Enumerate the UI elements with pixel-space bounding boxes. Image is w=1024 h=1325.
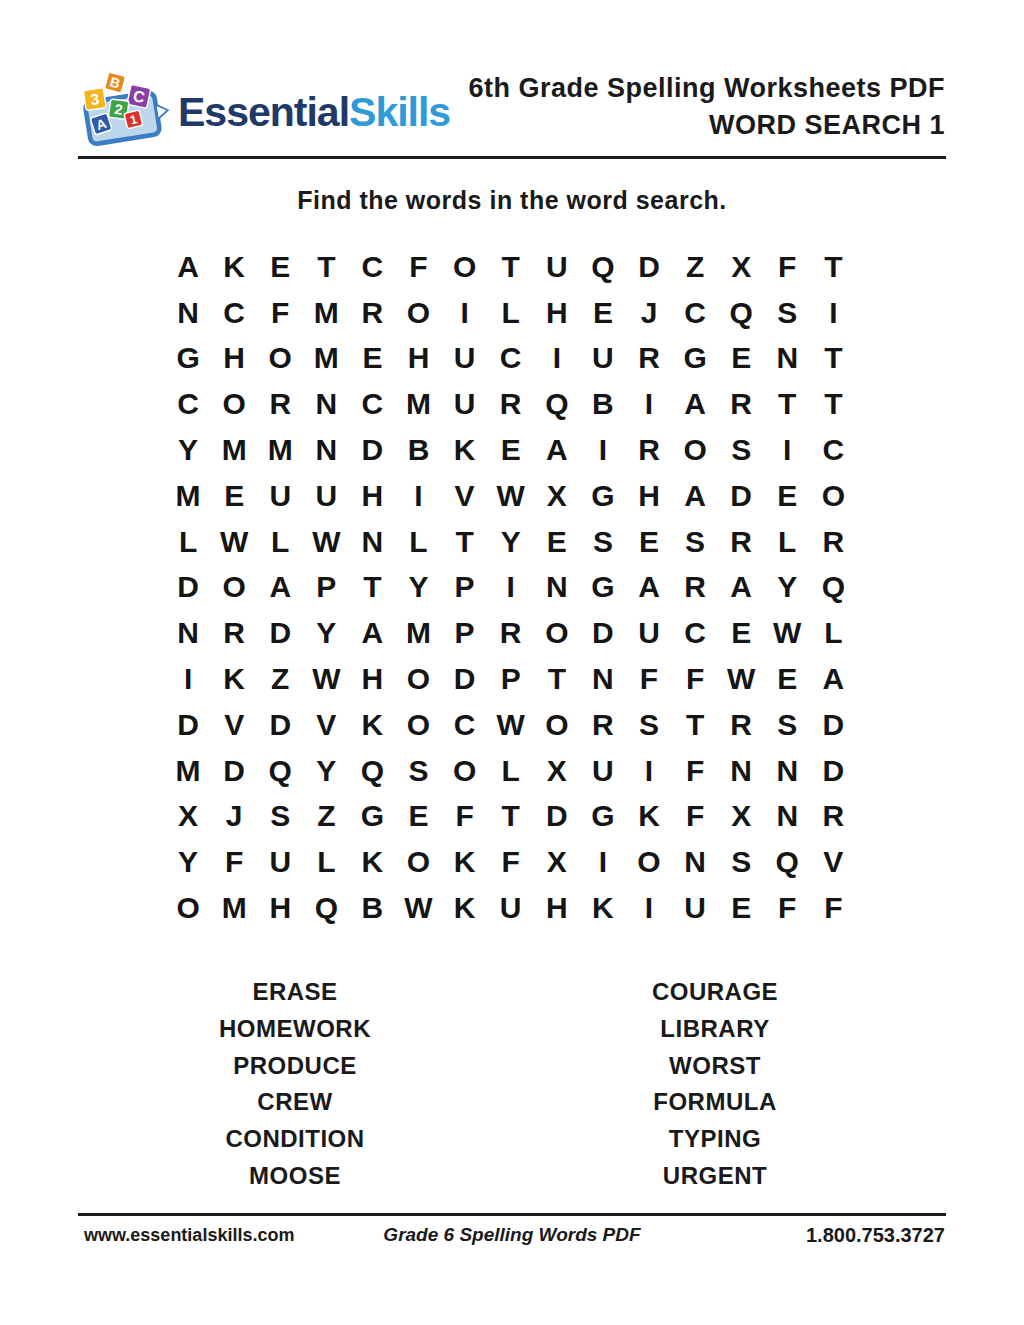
grid-cell-r13c5: G [349,794,395,840]
grid-cell-r15c7: K [442,885,488,931]
grid-cell-r3c10: U [580,336,626,382]
grid-cell-r3c1: G [165,336,211,382]
grid-cell-r7c12: S [672,519,718,565]
grid-cell-r9c6: M [395,610,441,656]
grid-cell-r14c1: Y [165,839,211,885]
logo-block-b: B [104,72,125,93]
grid-cell-r9c12: C [672,610,718,656]
grid-cell-r13c1: X [165,794,211,840]
grid-cell-r14c6: O [395,839,441,885]
grid-cell-r11c15: D [810,702,856,748]
word-list-item: HOMEWORK [150,1011,440,1048]
grid-cell-r11c13: R [718,702,764,748]
grid-cell-r15c1: O [165,885,211,931]
grid-cell-r4c6: M [395,381,441,427]
grid-cell-r14c5: K [349,839,395,885]
grid-cell-r7c14: L [764,519,810,565]
grid-cell-r12c6: S [395,748,441,794]
grid-cell-r9c8: R [488,610,534,656]
grid-cell-r15c8: U [488,885,534,931]
grid-cell-r6c13: D [718,473,764,519]
grid-cell-r9c9: O [534,610,580,656]
grid-cell-r10c10: N [580,656,626,702]
grid-cell-r5c1: Y [165,427,211,473]
logo-text-primary: Essential [178,89,349,135]
grid-cell-r4c14: T [764,381,810,427]
grid-cell-r7c15: R [810,519,856,565]
worksheet-title: 6th Grade Spelling Worksheets PDF [468,70,945,107]
grid-cell-r11c3: D [257,702,303,748]
grid-cell-r13c6: E [395,794,441,840]
logo-blocks-icon: BC321A [80,68,172,156]
grid-cell-r1c9: U [534,244,580,290]
grid-cell-r6c3: U [257,473,303,519]
grid-cell-r4c8: R [488,381,534,427]
grid-cell-r15c15: F [810,885,856,931]
word-list-left: ERASEHOMEWORKPRODUCECREWCONDITIONMOOSE [150,974,440,1195]
grid-cell-r12c12: F [672,748,718,794]
grid-cell-r10c1: I [165,656,211,702]
grid-cell-r14c13: S [718,839,764,885]
word-list-item: TYPING [575,1121,855,1158]
worksheet-subtitle: WORD SEARCH 1 [468,107,945,144]
grid-cell-r8c14: Y [764,565,810,611]
grid-cell-r14c10: I [580,839,626,885]
grid-cell-r10c3: Z [257,656,303,702]
grid-cell-r11c14: S [764,702,810,748]
grid-cell-r11c10: R [580,702,626,748]
grid-cell-r3c2: H [211,336,257,382]
grid-cell-r13c4: Z [303,794,349,840]
grid-cell-r15c2: M [211,885,257,931]
grid-cell-r15c9: H [534,885,580,931]
grid-cell-r13c8: T [488,794,534,840]
grid-cell-r9c13: E [718,610,764,656]
logo-text-secondary: Skills [349,89,450,135]
grid-cell-r4c1: C [165,381,211,427]
grid-cell-r9c3: D [257,610,303,656]
grid-cell-r8c9: N [534,565,580,611]
grid-cell-r8c11: A [626,565,672,611]
grid-cell-r6c6: I [395,473,441,519]
grid-cell-r8c10: G [580,565,626,611]
grid-cell-r4c10: B [580,381,626,427]
grid-cell-r12c13: N [718,748,764,794]
grid-cell-r6c12: A [672,473,718,519]
word-search-grid: AKETCFOTUQDZXFTNCFMROILHEJCQSIGHOMEHUCIU… [165,244,856,931]
word-list-item: PRODUCE [150,1048,440,1085]
grid-cell-r14c8: F [488,839,534,885]
grid-cell-r2c1: N [165,290,211,336]
grid-cell-r1c12: Z [672,244,718,290]
grid-cell-r2c15: I [810,290,856,336]
word-list-item: CONDITION [150,1121,440,1158]
grid-cell-r4c13: R [718,381,764,427]
grid-cell-r10c4: W [303,656,349,702]
grid-cell-r4c4: N [303,381,349,427]
word-list-item: URGENT [575,1158,855,1195]
worksheet-page: BC321A EssentialSkills 6th Grade Spellin… [0,0,1024,1325]
grid-cell-r7c5: N [349,519,395,565]
grid-cell-r5c14: I [764,427,810,473]
grid-cell-r11c6: O [395,702,441,748]
grid-cell-r12c7: O [442,748,488,794]
grid-cell-r3c15: T [810,336,856,382]
grid-cell-r9c2: R [211,610,257,656]
grid-cell-r5c6: B [395,427,441,473]
grid-cell-r11c12: T [672,702,718,748]
grid-cell-r14c2: F [211,839,257,885]
grid-cell-r4c7: U [442,381,488,427]
grid-cell-r15c4: Q [303,885,349,931]
grid-cell-r10c5: H [349,656,395,702]
grid-cell-r12c8: L [488,748,534,794]
grid-cell-r14c7: K [442,839,488,885]
grid-cell-r8c2: O [211,565,257,611]
grid-cell-r6c5: H [349,473,395,519]
logo-block-3: 3 [83,88,106,111]
logo-block-1: 1 [124,110,143,129]
grid-cell-r15c13: E [718,885,764,931]
grid-cell-r5c8: E [488,427,534,473]
grid-cell-r13c9: D [534,794,580,840]
grid-cell-r5c4: N [303,427,349,473]
grid-cell-r15c11: I [626,885,672,931]
grid-cell-r2c13: Q [718,290,764,336]
grid-cell-r8c7: P [442,565,488,611]
header-divider [78,156,946,159]
grid-cell-r10c9: T [534,656,580,702]
grid-cell-r13c15: R [810,794,856,840]
grid-cell-r1c14: F [764,244,810,290]
grid-cell-r2c11: J [626,290,672,336]
grid-cell-r5c2: M [211,427,257,473]
grid-cell-r13c2: J [211,794,257,840]
grid-cell-r12c2: D [211,748,257,794]
grid-cell-r3c6: H [395,336,441,382]
grid-cell-r7c2: W [211,519,257,565]
grid-cell-r10c7: D [442,656,488,702]
grid-cell-r12c1: M [165,748,211,794]
grid-cell-r11c2: V [211,702,257,748]
grid-cell-r5c9: A [534,427,580,473]
grid-cell-r8c3: A [257,565,303,611]
grid-cell-r7c13: R [718,519,764,565]
word-list-item: COURAGE [575,974,855,1011]
grid-cell-r5c15: C [810,427,856,473]
grid-cell-r8c4: P [303,565,349,611]
grid-cell-r9c10: D [580,610,626,656]
grid-cell-r11c4: V [303,702,349,748]
grid-cell-r1c10: Q [580,244,626,290]
grid-cell-r1c2: K [211,244,257,290]
grid-cell-r15c6: W [395,885,441,931]
grid-cell-r2c8: L [488,290,534,336]
grid-cell-r2c2: C [211,290,257,336]
grid-cell-r6c10: G [580,473,626,519]
grid-cell-r6c15: O [810,473,856,519]
grid-cell-r14c9: X [534,839,580,885]
grid-cell-r1c4: T [303,244,349,290]
grid-cell-r6c11: H [626,473,672,519]
grid-cell-r15c10: K [580,885,626,931]
grid-cell-r15c5: B [349,885,395,931]
instruction-text: Find the words in the word search. [0,186,1024,215]
grid-cell-r6c14: E [764,473,810,519]
grid-cell-r1c7: O [442,244,488,290]
logo-block-c: C [127,84,151,108]
grid-cell-r4c3: R [257,381,303,427]
grid-cell-r7c10: S [580,519,626,565]
grid-cell-r11c1: D [165,702,211,748]
grid-cell-r5c3: M [257,427,303,473]
grid-cell-r4c15: T [810,381,856,427]
grid-cell-r7c4: W [303,519,349,565]
grid-cell-r13c10: G [580,794,626,840]
grid-cell-r2c5: R [349,290,395,336]
grid-cell-r2c9: H [534,290,580,336]
grid-cell-r3c12: G [672,336,718,382]
grid-cell-r10c13: W [718,656,764,702]
grid-cell-r1c13: X [718,244,764,290]
grid-cell-r9c1: N [165,610,211,656]
grid-cell-r12c10: U [580,748,626,794]
grid-cell-r12c3: Q [257,748,303,794]
word-list-item: MOOSE [150,1158,440,1195]
grid-cell-r9c15: L [810,610,856,656]
footer-phone: 1.800.753.3727 [806,1224,945,1247]
grid-cell-r2c7: I [442,290,488,336]
grid-cell-r11c7: C [442,702,488,748]
grid-cell-r7c3: L [257,519,303,565]
essential-skills-logo: BC321A EssentialSkills [80,68,450,156]
grid-cell-r6c9: X [534,473,580,519]
grid-cell-r7c6: L [395,519,441,565]
grid-cell-r1c3: E [257,244,303,290]
grid-cell-r9c7: P [442,610,488,656]
grid-cell-r1c5: C [349,244,395,290]
grid-cell-r11c9: O [534,702,580,748]
grid-cell-r5c11: R [626,427,672,473]
header-titles: 6th Grade Spelling Worksheets PDF WORD S… [468,70,945,144]
grid-cell-r9c11: U [626,610,672,656]
grid-cell-r6c2: E [211,473,257,519]
footer-divider [78,1213,946,1216]
grid-cell-r4c11: I [626,381,672,427]
grid-cell-r9c14: W [764,610,810,656]
grid-cell-r8c5: T [349,565,395,611]
grid-cell-r4c2: O [211,381,257,427]
grid-cell-r1c11: D [626,244,672,290]
grid-cell-r7c8: Y [488,519,534,565]
grid-cell-r7c11: E [626,519,672,565]
grid-cell-r3c4: M [303,336,349,382]
grid-cell-r4c5: C [349,381,395,427]
grid-cell-r2c14: S [764,290,810,336]
grid-cell-r2c3: F [257,290,303,336]
grid-cell-r13c7: F [442,794,488,840]
grid-cell-r11c5: K [349,702,395,748]
grid-cell-r4c9: Q [534,381,580,427]
grid-cell-r8c13: A [718,565,764,611]
grid-cell-r2c10: E [580,290,626,336]
word-list-item: LIBRARY [575,1011,855,1048]
grid-cell-r12c5: Q [349,748,395,794]
grid-cell-r3c14: N [764,336,810,382]
grid-cell-r3c7: U [442,336,488,382]
logo-wordmark: EssentialSkills [178,89,450,136]
grid-cell-r12c15: D [810,748,856,794]
word-list-item: WORST [575,1048,855,1085]
grid-cell-r6c7: V [442,473,488,519]
grid-cell-r3c3: O [257,336,303,382]
grid-cell-r15c12: U [672,885,718,931]
grid-cell-r2c4: M [303,290,349,336]
grid-cell-r13c11: K [626,794,672,840]
grid-cell-r3c8: C [488,336,534,382]
grid-cell-r6c1: M [165,473,211,519]
grid-cell-r7c7: T [442,519,488,565]
grid-cell-r15c14: F [764,885,810,931]
grid-cell-r14c11: O [626,839,672,885]
grid-cell-r13c14: N [764,794,810,840]
grid-cell-r11c11: S [626,702,672,748]
grid-cell-r8c15: Q [810,565,856,611]
grid-cell-r1c15: T [810,244,856,290]
grid-cell-r6c8: W [488,473,534,519]
grid-cell-r10c8: P [488,656,534,702]
grid-cell-r13c12: F [672,794,718,840]
grid-cell-r12c4: Y [303,748,349,794]
grid-cell-r10c14: E [764,656,810,702]
grid-cell-r3c11: R [626,336,672,382]
grid-cell-r1c8: T [488,244,534,290]
grid-cell-r14c3: U [257,839,303,885]
grid-cell-r10c12: F [672,656,718,702]
grid-cell-r3c5: E [349,336,395,382]
word-list-item: ERASE [150,974,440,1011]
grid-cell-r9c5: A [349,610,395,656]
grid-cell-r9c4: Y [303,610,349,656]
grid-cell-r10c6: O [395,656,441,702]
grid-cell-r6c4: U [303,473,349,519]
grid-cell-r5c10: I [580,427,626,473]
grid-cell-r5c5: D [349,427,395,473]
word-list-right: COURAGELIBRARYWORSTFORMULATYPINGURGENT [575,974,855,1195]
grid-cell-r1c6: F [395,244,441,290]
grid-cell-r1c1: A [165,244,211,290]
grid-cell-r14c14: Q [764,839,810,885]
grid-cell-r12c11: I [626,748,672,794]
grid-cell-r14c4: L [303,839,349,885]
grid-cell-r7c1: L [165,519,211,565]
grid-cell-r11c8: W [488,702,534,748]
word-list-item: FORMULA [575,1084,855,1121]
grid-cell-r5c12: O [672,427,718,473]
grid-cell-r13c3: S [257,794,303,840]
word-list-item: CREW [150,1084,440,1121]
grid-cell-r10c11: F [626,656,672,702]
grid-cell-r10c15: A [810,656,856,702]
grid-cell-r2c12: C [672,290,718,336]
grid-cell-r4c12: A [672,381,718,427]
grid-cell-r12c9: X [534,748,580,794]
grid-cell-r2c6: O [395,290,441,336]
grid-cell-r7c9: E [534,519,580,565]
grid-cell-r14c15: V [810,839,856,885]
grid-cell-r8c1: D [165,565,211,611]
grid-cell-r8c8: I [488,565,534,611]
grid-cell-r3c13: E [718,336,764,382]
grid-cell-r5c7: K [442,427,488,473]
grid-cell-r12c14: N [764,748,810,794]
grid-cell-r14c12: N [672,839,718,885]
grid-cell-r15c3: H [257,885,303,931]
grid-cell-r3c9: I [534,336,580,382]
grid-cell-r5c13: S [718,427,764,473]
grid-cell-r10c2: K [211,656,257,702]
grid-cell-r8c12: R [672,565,718,611]
grid-cell-r13c13: X [718,794,764,840]
grid-cell-r8c6: Y [395,565,441,611]
